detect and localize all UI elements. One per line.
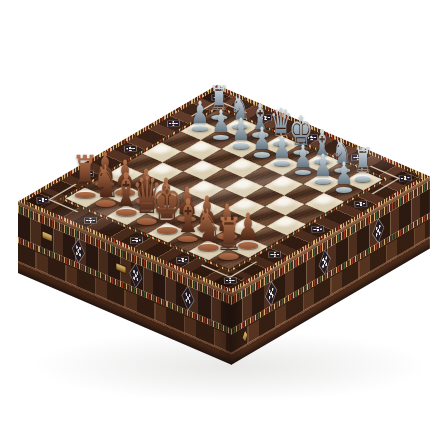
pieces-layer: ♜♞♝♛♚♝♞♜♟♟♟♟♟♟♟♟♟♟♟♟♟♟♟♟♜♞♝♛♚♝♞♜ bbox=[0, 0, 448, 448]
copper-rook-glyph: ♜ bbox=[209, 212, 248, 257]
product-photo-canvas: ♜♞♝♛♚♝♞♜♟♟♟♟♟♟♟♟♟♟♟♟♟♟♟♟♜♞♝♛♚♝♞♜ bbox=[0, 0, 448, 448]
piece-black-pawn-h7[interactable]: ♟ bbox=[322, 156, 366, 196]
piece-white-rook-h1[interactable]: ♜ bbox=[207, 209, 251, 263]
silver-pawn-glyph: ♟ bbox=[324, 159, 363, 190]
